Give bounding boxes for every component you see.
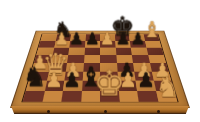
piece-black-pawn[interactable]: ♟ <box>85 30 100 47</box>
square-h1[interactable]: ♞ <box>156 91 178 102</box>
square-e6[interactable] <box>100 48 116 55</box>
square-c1[interactable] <box>61 91 81 102</box>
chess-set-photo: ♞♚♝♟♟♟♟♟♟♟♛♟♟♟♟♞♟♟♝♟♟♚♞ <box>0 0 200 122</box>
piece-white-pawn[interactable]: ♟ <box>45 70 63 90</box>
square-e7[interactable]: ♟ <box>100 41 115 48</box>
square-h7[interactable] <box>145 41 162 48</box>
square-g2[interactable]: ♟ <box>136 81 156 91</box>
piece-black-pawn[interactable]: ♟ <box>137 70 155 90</box>
piece-white-king[interactable]: ♚ <box>94 66 125 101</box>
square-b1[interactable] <box>42 91 63 102</box>
piece-black-knight[interactable]: ♞ <box>23 63 47 90</box>
square-h6[interactable] <box>146 48 164 55</box>
piece-white-knight[interactable]: ♞ <box>155 73 180 101</box>
square-d7[interactable]: ♟ <box>85 41 100 48</box>
square-b2[interactable]: ♟ <box>44 81 64 91</box>
hinge-dot <box>47 110 50 113</box>
chess-board: ♞♚♝♟♟♟♟♟♟♟♛♟♟♟♟♞♟♟♝♟♟♚♞ <box>10 31 190 108</box>
square-a2[interactable]: ♞ <box>26 81 47 91</box>
square-d6[interactable] <box>84 48 100 55</box>
piece-black-pawn[interactable]: ♟ <box>131 30 146 47</box>
square-g6[interactable] <box>131 48 148 55</box>
square-g7[interactable]: ♟ <box>130 41 146 48</box>
square-f7[interactable]: ♟ <box>115 41 131 48</box>
square-c6[interactable] <box>68 48 84 55</box>
square-c7[interactable]: ♟ <box>69 41 85 48</box>
square-f6[interactable] <box>115 48 131 55</box>
square-a1[interactable] <box>23 91 45 102</box>
piece-white-pawn[interactable]: ♟ <box>100 30 115 47</box>
piece-black-pawn[interactable]: ♟ <box>116 30 131 47</box>
piece-white-pawn[interactable]: ♟ <box>54 30 69 47</box>
board-edge <box>11 106 189 114</box>
hinge-dot <box>104 110 107 113</box>
square-e1[interactable]: ♚ <box>100 91 119 102</box>
piece-black-pawn[interactable]: ♟ <box>69 30 84 47</box>
hinge-dot <box>157 110 160 113</box>
board-grid: ♞♚♝♟♟♟♟♟♟♟♛♟♟♟♟♞♟♟♝♟♟♚♞ <box>23 34 178 101</box>
board-frame: ♞♚♝♟♟♟♟♟♟♟♛♟♟♟♟♞♟♟♝♟♟♚♞ <box>21 34 178 103</box>
